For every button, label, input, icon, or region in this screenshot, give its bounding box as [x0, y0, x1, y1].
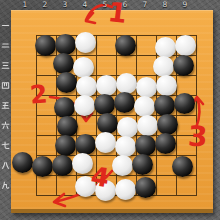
top-coord-3: 3 [59, 0, 71, 10]
stone-white-4-5[interactable] [74, 95, 95, 116]
stone-white-6-6[interactable] [117, 117, 138, 138]
top-coord-2: 2 [39, 0, 51, 10]
stone-white-4-8[interactable] [72, 153, 93, 174]
stone-black-3-6[interactable] [57, 116, 78, 137]
stone-white-6-4[interactable] [116, 73, 137, 94]
left-coord-3 [1, 61, 10, 70]
left-coord-4 [1, 81, 10, 90]
stone-black-3-7[interactable] [55, 135, 76, 156]
stone-white-6-7[interactable] [115, 136, 136, 157]
top-coord-4: 4 [79, 0, 91, 10]
annotation-digit-2: 2 [29, 81, 49, 107]
stone-black-6-5[interactable] [114, 92, 135, 113]
stone-white-5-4[interactable] [96, 75, 117, 96]
stone-black-4-7[interactable] [75, 134, 96, 155]
top-coord-8: 8 [159, 0, 171, 10]
stone-black-6-2[interactable] [115, 35, 136, 56]
stone-black-8-5[interactable] [154, 95, 175, 116]
stone-white-4-3[interactable] [73, 57, 94, 78]
left-coord-7 [1, 141, 10, 150]
stone-white-7-4[interactable] [136, 77, 157, 98]
stone-black-8-6[interactable] [157, 114, 178, 135]
stone-white-8-3[interactable] [153, 56, 174, 77]
stone-black-3-5[interactable] [54, 97, 75, 118]
left-coord-5 [1, 101, 10, 110]
stone-black-7-7[interactable] [135, 135, 156, 156]
stone-black-3-3[interactable] [53, 53, 74, 74]
left-coord-6 [1, 121, 10, 130]
stone-black-9-5[interactable] [174, 93, 195, 114]
stone-black-9-3[interactable] [173, 55, 194, 76]
top-coord-9: 9 [179, 0, 191, 10]
top-coord-7: 7 [139, 0, 151, 10]
annotation-digit-1: 1 [106, 0, 128, 27]
left-coord-2 [1, 41, 10, 50]
stone-black-8-7[interactable] [155, 133, 176, 154]
left-coord-8 [1, 161, 10, 170]
stone-black-3-8[interactable] [52, 155, 73, 176]
stone-white-6-9[interactable] [115, 179, 136, 200]
stone-black-5-5[interactable] [94, 94, 115, 115]
go-game-screenshot: 1234567891234 [0, 0, 220, 220]
left-coord-1 [1, 21, 10, 30]
top-coord-1: 1 [19, 0, 31, 10]
left-coord-9 [1, 181, 10, 190]
stone-black-7-8[interactable] [132, 154, 153, 175]
stone-white-7-5[interactable] [134, 96, 155, 117]
annotation-digit-3: 3 [187, 123, 208, 152]
stone-black-5-6[interactable] [97, 113, 118, 134]
stone-white-5-7[interactable] [95, 132, 116, 153]
stone-black-3-2[interactable] [55, 34, 76, 55]
